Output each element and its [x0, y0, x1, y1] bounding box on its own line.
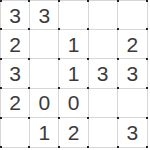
clue-number: 1: [68, 34, 80, 55]
cell-r3c1[interactable]: 3: [1, 59, 30, 88]
cell-r2c2[interactable]: [30, 30, 59, 59]
cell-r4c2[interactable]: 0: [30, 89, 59, 118]
cell-r3c3[interactable]: 1: [59, 59, 88, 88]
cell-r5c2[interactable]: 1: [30, 118, 59, 147]
cell-r2c1[interactable]: 2: [1, 30, 30, 59]
cell-r1c5[interactable]: [118, 1, 147, 30]
cell-r3c2[interactable]: [30, 59, 59, 88]
cell-r2c4[interactable]: [89, 30, 118, 59]
clue-number: 2: [9, 92, 21, 113]
puzzle-screen: 332123133200123: [0, 0, 150, 150]
clue-number: 2: [127, 34, 139, 55]
cell-r1c1[interactable]: 3: [1, 1, 30, 30]
cell-r1c2[interactable]: 3: [30, 1, 59, 30]
cell-r1c3[interactable]: [59, 1, 88, 30]
clue-number: 3: [97, 63, 109, 84]
clue-number: 2: [9, 34, 21, 55]
cell-r5c3[interactable]: 2: [59, 118, 88, 147]
cell-r2c3[interactable]: 1: [59, 30, 88, 59]
clue-number: 1: [38, 122, 50, 143]
clue-number: 1: [68, 63, 80, 84]
clue-number: 0: [38, 92, 50, 113]
cell-r1c4[interactable]: [89, 1, 118, 30]
clue-number: 0: [68, 92, 80, 113]
clue-number: 3: [9, 63, 21, 84]
cell-r5c4[interactable]: [89, 118, 118, 147]
cell-r5c5[interactable]: 3: [118, 118, 147, 147]
cell-r2c5[interactable]: 2: [118, 30, 147, 59]
clue-number: 3: [9, 5, 21, 26]
cell-r3c5[interactable]: 3: [118, 59, 147, 88]
puzzle-board: 332123133200123: [0, 0, 148, 148]
cell-r5c1[interactable]: [1, 118, 30, 147]
cell-r4c4[interactable]: [89, 89, 118, 118]
cell-r4c3[interactable]: 0: [59, 89, 88, 118]
cell-r4c1[interactable]: 2: [1, 89, 30, 118]
clue-number: 2: [68, 122, 80, 143]
cell-r4c5[interactable]: [118, 89, 147, 118]
clue-number: 3: [127, 63, 139, 84]
clue-number: 3: [127, 122, 139, 143]
cell-r3c4[interactable]: 3: [89, 59, 118, 88]
clue-number: 3: [38, 5, 50, 26]
